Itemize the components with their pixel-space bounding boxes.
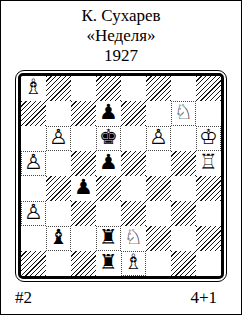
square-b5[interactable] bbox=[46, 151, 71, 176]
square-f7[interactable] bbox=[146, 101, 171, 126]
square-e7[interactable] bbox=[121, 101, 146, 126]
piece-bR-d1: ♜ bbox=[99, 252, 118, 273]
square-a5[interactable]: ♙ bbox=[21, 151, 46, 176]
piece-bR-d2: ♜ bbox=[99, 227, 118, 248]
square-e6[interactable] bbox=[121, 126, 146, 151]
square-f4[interactable] bbox=[146, 176, 171, 201]
square-a8[interactable]: ♗ bbox=[21, 76, 46, 101]
square-a6[interactable] bbox=[21, 126, 46, 151]
piece-wP-f6: ♙ bbox=[149, 127, 168, 148]
diagram-footer: #2 4+1 bbox=[1, 288, 241, 308]
square-e5[interactable] bbox=[121, 151, 146, 176]
square-c2[interactable] bbox=[71, 226, 96, 251]
piece-wP-a3: ♙ bbox=[24, 202, 43, 223]
square-e1[interactable]: ♗ bbox=[121, 251, 146, 276]
square-d2[interactable]: ♜ bbox=[96, 226, 121, 251]
square-c1[interactable] bbox=[71, 251, 96, 276]
diagram-header: К. Сухарев «Неделя» 1927 bbox=[1, 1, 241, 66]
piece-wK-h6: ♔ bbox=[199, 127, 218, 148]
square-h3[interactable] bbox=[196, 201, 221, 226]
piece-wP-a5: ♙ bbox=[24, 152, 43, 173]
square-f8[interactable] bbox=[146, 76, 171, 101]
square-d4[interactable] bbox=[96, 176, 121, 201]
square-f5[interactable] bbox=[146, 151, 171, 176]
square-c5[interactable] bbox=[71, 151, 96, 176]
stipulation-label: #2 bbox=[15, 288, 32, 308]
square-d3[interactable] bbox=[96, 201, 121, 226]
square-e2[interactable]: ♘ bbox=[121, 226, 146, 251]
square-f6[interactable]: ♙ bbox=[146, 126, 171, 151]
square-g8[interactable] bbox=[171, 76, 196, 101]
square-b2[interactable]: ♝ bbox=[46, 226, 71, 251]
square-e3[interactable] bbox=[121, 201, 146, 226]
piece-wN-e2: ♘ bbox=[124, 227, 143, 248]
square-b3[interactable] bbox=[46, 201, 71, 226]
piece-wP-b6: ♙ bbox=[49, 127, 68, 148]
chess-board: ♗♟♘♙♚♙♔♙♟♖♟♙♝♜♘♜♗ bbox=[21, 76, 221, 276]
square-c8[interactable] bbox=[71, 76, 96, 101]
square-a3[interactable]: ♙ bbox=[21, 201, 46, 226]
square-e8[interactable] bbox=[121, 76, 146, 101]
piece-wN-g7: ♘ bbox=[174, 102, 193, 123]
square-a4[interactable] bbox=[21, 176, 46, 201]
square-g3[interactable] bbox=[171, 201, 196, 226]
board-outer-frame: ♗♟♘♙♚♙♔♙♟♖♟♙♝♜♘♜♗ bbox=[15, 70, 227, 282]
square-g7[interactable]: ♘ bbox=[171, 101, 196, 126]
piece-wB-a8: ♗ bbox=[24, 77, 43, 98]
piece-bP-d5: ♟ bbox=[99, 152, 118, 173]
square-h4[interactable] bbox=[196, 176, 221, 201]
piece-bP-c4: ♟ bbox=[74, 177, 93, 198]
square-d7[interactable]: ♟ bbox=[96, 101, 121, 126]
square-f3[interactable] bbox=[146, 201, 171, 226]
square-h6[interactable]: ♔ bbox=[196, 126, 221, 151]
square-h7[interactable] bbox=[196, 101, 221, 126]
square-a1[interactable] bbox=[21, 251, 46, 276]
square-h5[interactable]: ♖ bbox=[196, 151, 221, 176]
piece-wR-h5: ♖ bbox=[199, 152, 218, 173]
square-g6[interactable] bbox=[171, 126, 196, 151]
material-count-label: 4+1 bbox=[190, 288, 217, 308]
square-g1[interactable] bbox=[171, 251, 196, 276]
board-inner-frame: ♗♟♘♙♚♙♔♙♟♖♟♙♝♜♘♜♗ bbox=[18, 73, 224, 279]
square-c3[interactable] bbox=[71, 201, 96, 226]
source-name: «Неделя» bbox=[1, 26, 241, 46]
square-b8[interactable] bbox=[46, 76, 71, 101]
square-g2[interactable] bbox=[171, 226, 196, 251]
square-f2[interactable] bbox=[146, 226, 171, 251]
piece-bB-b2: ♝ bbox=[49, 227, 68, 248]
piece-wB-e1: ♗ bbox=[124, 252, 143, 273]
square-c4[interactable]: ♟ bbox=[71, 176, 96, 201]
square-a2[interactable] bbox=[21, 226, 46, 251]
square-b7[interactable] bbox=[46, 101, 71, 126]
square-b1[interactable] bbox=[46, 251, 71, 276]
square-f1[interactable] bbox=[146, 251, 171, 276]
square-c6[interactable] bbox=[71, 126, 96, 151]
square-h8[interactable] bbox=[196, 76, 221, 101]
publication-year: 1927 bbox=[1, 46, 241, 66]
square-c7[interactable] bbox=[71, 101, 96, 126]
board-wrap: ♗♟♘♙♚♙♔♙♟♖♟♙♝♜♘♜♗ bbox=[15, 70, 227, 282]
square-b6[interactable]: ♙ bbox=[46, 126, 71, 151]
square-d5[interactable]: ♟ bbox=[96, 151, 121, 176]
square-e4[interactable] bbox=[121, 176, 146, 201]
piece-bK-d6: ♚ bbox=[99, 127, 118, 148]
square-d8[interactable] bbox=[96, 76, 121, 101]
composer-name: К. Сухарев bbox=[1, 6, 241, 26]
square-d6[interactable]: ♚ bbox=[96, 126, 121, 151]
square-h1[interactable] bbox=[196, 251, 221, 276]
square-g5[interactable] bbox=[171, 151, 196, 176]
piece-bP-d7: ♟ bbox=[99, 102, 118, 123]
chess-problem-diagram: К. Сухарев «Неделя» 1927 ♗♟♘♙♚♙♔♙♟♖♟♙♝♜♘… bbox=[0, 0, 242, 315]
square-h2[interactable] bbox=[196, 226, 221, 251]
square-b4[interactable] bbox=[46, 176, 71, 201]
square-d1[interactable]: ♜ bbox=[96, 251, 121, 276]
square-g4[interactable] bbox=[171, 176, 196, 201]
square-a7[interactable] bbox=[21, 101, 46, 126]
